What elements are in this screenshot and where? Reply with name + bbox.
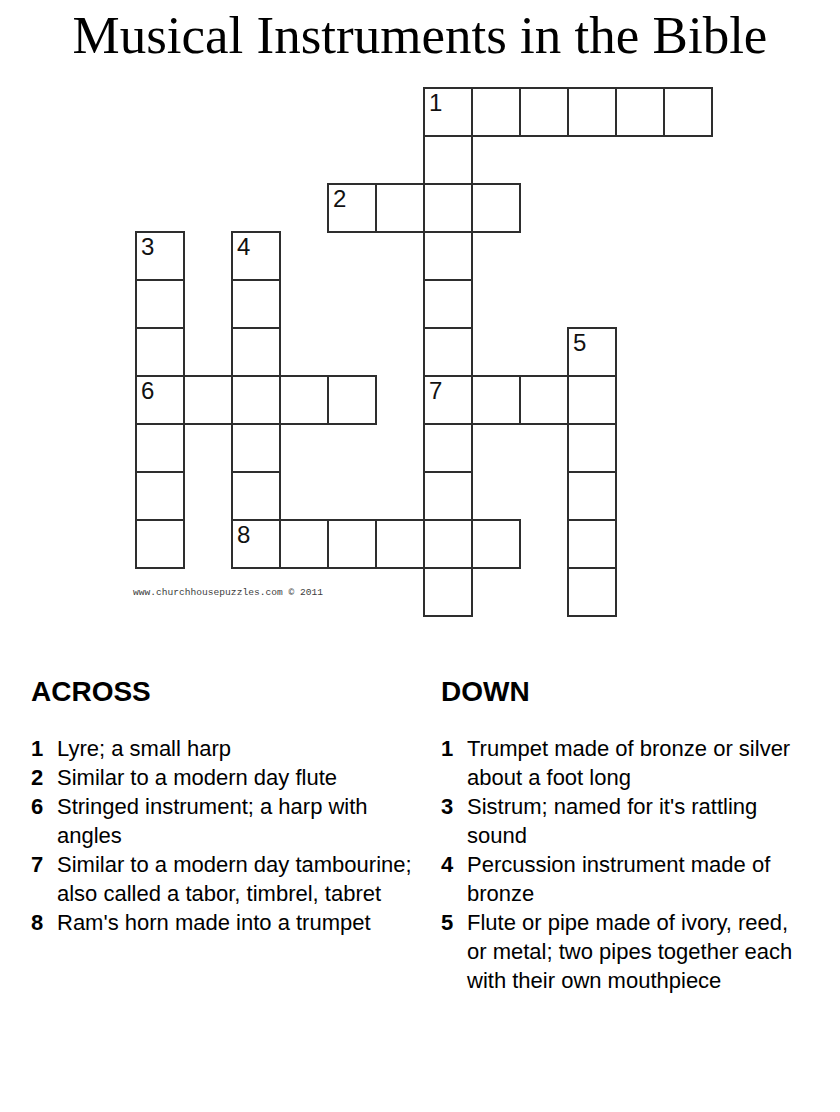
grid-cell-r6c7[interactable] <box>471 375 521 425</box>
grid-cell-r6c8[interactable] <box>519 375 569 425</box>
grid-cell-r7c6[interactable] <box>423 423 473 473</box>
cell-number-1: 1 <box>429 90 442 116</box>
grid-cell-r5c2[interactable] <box>231 327 281 377</box>
grid-cell-r9c0[interactable] <box>135 519 185 569</box>
grid-cell-r6c0[interactable]: 6 <box>135 375 185 425</box>
crossword-grid: 12345678 <box>136 88 714 618</box>
clue-number: 1 <box>31 734 57 763</box>
clue-number: 6 <box>31 792 57 850</box>
grid-cell-r10c6[interactable] <box>423 567 473 617</box>
across-heading: ACROSS <box>31 676 421 708</box>
grid-cell-r6c6[interactable]: 7 <box>423 375 473 425</box>
cell-number-3: 3 <box>141 234 154 260</box>
down-heading: DOWN <box>441 676 797 708</box>
grid-cell-r5c6[interactable] <box>423 327 473 377</box>
grid-cell-r8c6[interactable] <box>423 471 473 521</box>
grid-cell-r1c6[interactable] <box>423 135 473 185</box>
cell-number-2: 2 <box>333 186 346 212</box>
across-clue-6: 6Stringed instrument; a harp with angles <box>31 792 421 850</box>
grid-cell-r3c2[interactable]: 4 <box>231 231 281 281</box>
clue-text: Lyre; a small harp <box>57 734 421 763</box>
clue-number: 5 <box>441 908 467 995</box>
down-clue-4: 4Percussion instrument made of bronze <box>441 850 797 908</box>
grid-cell-r9c3[interactable] <box>279 519 329 569</box>
down-clue-3: 3Sistrum; named for it's rattling sound <box>441 792 797 850</box>
clue-number: 1 <box>441 734 467 792</box>
down-clue-list: 1Trumpet made of bronze or silver about … <box>441 734 797 995</box>
clue-text: Similar to a modern day tambourine; also… <box>57 850 421 908</box>
copyright-text: www.churchhousepuzzles.com © 2011 <box>133 586 323 600</box>
grid-cell-r7c9[interactable] <box>567 423 617 473</box>
cell-number-5: 5 <box>573 330 586 356</box>
across-clue-list: 1Lyre; a small harp2Similar to a modern … <box>31 734 421 937</box>
across-clues-section: ACROSS 1Lyre; a small harp2Similar to a … <box>31 676 421 937</box>
across-clue-1: 1Lyre; a small harp <box>31 734 421 763</box>
grid-cell-r6c4[interactable] <box>327 375 377 425</box>
grid-cell-r6c1[interactable] <box>183 375 233 425</box>
grid-cell-r6c3[interactable] <box>279 375 329 425</box>
grid-cell-r9c7[interactable] <box>471 519 521 569</box>
clue-number: 7 <box>31 850 57 908</box>
clue-text: Stringed instrument; a harp with angles <box>57 792 421 850</box>
clue-text: Sistrum; named for it's rattling sound <box>467 792 797 850</box>
across-clue-7: 7Similar to a modern day tambourine; als… <box>31 850 421 908</box>
down-clue-5: 5Flute or pipe made of ivory, reed, or m… <box>441 908 797 995</box>
grid-cell-r6c9[interactable] <box>567 375 617 425</box>
grid-cell-r7c0[interactable] <box>135 423 185 473</box>
across-clue-8: 8Ram's horn made into a trumpet <box>31 908 421 937</box>
clue-number: 4 <box>441 850 467 908</box>
grid-cell-r9c5[interactable] <box>375 519 425 569</box>
grid-cell-r9c2[interactable]: 8 <box>231 519 281 569</box>
grid-cell-r4c2[interactable] <box>231 279 281 329</box>
grid-cell-r0c11[interactable] <box>663 87 713 137</box>
cell-number-4: 4 <box>237 234 250 260</box>
grid-cell-r3c0[interactable]: 3 <box>135 231 185 281</box>
grid-cell-r2c4[interactable]: 2 <box>327 183 377 233</box>
cell-number-7: 7 <box>429 378 442 404</box>
across-clue-2: 2Similar to a modern day flute <box>31 763 421 792</box>
down-clues-section: DOWN 1Trumpet made of bronze or silver a… <box>441 676 797 995</box>
clue-number: 3 <box>441 792 467 850</box>
grid-cell-r3c6[interactable] <box>423 231 473 281</box>
grid-cell-r8c9[interactable] <box>567 471 617 521</box>
grid-cell-r4c6[interactable] <box>423 279 473 329</box>
clue-text: Similar to a modern day flute <box>57 763 421 792</box>
page-title: Musical Instruments in the Bible <box>0 6 840 64</box>
clue-number: 8 <box>31 908 57 937</box>
grid-cell-r9c4[interactable] <box>327 519 377 569</box>
grid-cell-r0c9[interactable] <box>567 87 617 137</box>
grid-cell-r0c8[interactable] <box>519 87 569 137</box>
grid-cell-r8c0[interactable] <box>135 471 185 521</box>
grid-cell-r2c5[interactable] <box>375 183 425 233</box>
grid-cell-r9c9[interactable] <box>567 519 617 569</box>
grid-cell-r2c6[interactable] <box>423 183 473 233</box>
down-clue-1: 1Trumpet made of bronze or silver about … <box>441 734 797 792</box>
grid-cell-r6c2[interactable] <box>231 375 281 425</box>
grid-cell-r8c2[interactable] <box>231 471 281 521</box>
clue-number: 2 <box>31 763 57 792</box>
clue-text: Percussion instrument made of bronze <box>467 850 797 908</box>
grid-cell-r5c9[interactable]: 5 <box>567 327 617 377</box>
clue-text: Ram's horn made into a trumpet <box>57 908 421 937</box>
grid-cell-r0c6[interactable]: 1 <box>423 87 473 137</box>
puzzle-page: Musical Instruments in the Bible 1234567… <box>0 0 840 1112</box>
clue-text: Trumpet made of bronze or silver about a… <box>467 734 797 792</box>
grid-cell-r9c6[interactable] <box>423 519 473 569</box>
grid-cell-r4c0[interactable] <box>135 279 185 329</box>
cell-number-8: 8 <box>237 522 250 548</box>
grid-cell-r10c9[interactable] <box>567 567 617 617</box>
grid-cell-r7c2[interactable] <box>231 423 281 473</box>
grid-cell-r2c7[interactable] <box>471 183 521 233</box>
clue-text: Flute or pipe made of ivory, reed, or me… <box>467 908 797 995</box>
grid-cell-r0c7[interactable] <box>471 87 521 137</box>
cell-number-6: 6 <box>141 378 154 404</box>
grid-cell-r0c10[interactable] <box>615 87 665 137</box>
grid-cell-r5c0[interactable] <box>135 327 185 377</box>
